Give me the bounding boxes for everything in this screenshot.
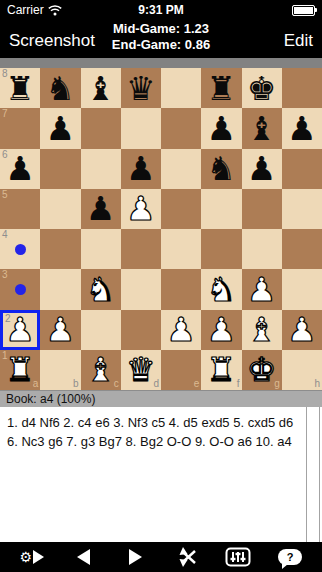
square-b6[interactable] [40,149,80,189]
file-label-f: f [237,379,240,389]
black-pawn-g6: ♟ [242,149,282,189]
file-label-c: c [114,379,119,389]
square-h1[interactable]: h [282,350,322,390]
square-f4[interactable] [201,229,241,269]
white-pawn-b2: ♟ [40,310,80,350]
square-c2[interactable] [81,310,121,350]
square-e3[interactable] [161,269,201,309]
back-arrow-icon [77,549,90,565]
gear-icon: ⚙ [20,550,33,564]
white-bishop-g2: ♝ [242,310,282,350]
square-g4[interactable] [242,229,282,269]
square-b5[interactable] [40,189,80,229]
black-rook-f8: ♜ [201,68,241,108]
square-d5[interactable]: ♟ [121,189,161,229]
square-g8[interactable]: ♚ [242,68,282,108]
rank-label-5: 5 [2,190,8,200]
square-b8[interactable]: ♞ [40,68,80,108]
square-c5[interactable]: ♟ [81,189,121,229]
square-e5[interactable] [161,189,201,229]
black-pawn-f7: ♟ [201,108,241,148]
square-d8[interactable]: ♛ [121,68,161,108]
chess-board: 8♜♞♝♛♜♚7♟♟♝♟6♟♟♞♟5♟♟43♞♞♟2♟♟♟♟♝♟1a♜bc♝d♛… [0,68,322,390]
white-knight-c3: ♞ [81,269,121,309]
black-pawn-d6: ♟ [121,149,161,189]
file-label-h: h [314,379,320,389]
square-h5[interactable] [282,189,322,229]
shuffle-icon [176,546,198,568]
move-hint-dot [15,244,26,255]
square-f6[interactable]: ♞ [201,149,241,189]
edit-button[interactable]: Edit [284,31,313,51]
square-e4[interactable] [161,229,201,269]
scrollbar-track[interactable] [306,407,320,542]
help-button[interactable]: ? [275,542,305,572]
adjustments-button[interactable] [223,542,253,572]
swap-sides-button[interactable] [172,542,202,572]
white-pawn-f2: ♟ [201,310,241,350]
black-pawn-a6: ♟ [0,149,40,189]
square-a2[interactable]: 2♟ [0,310,40,350]
black-rook-a8: ♜ [0,68,40,108]
rank-label-8: 8 [2,69,8,79]
square-b3[interactable] [40,269,80,309]
square-c8[interactable]: ♝ [81,68,121,108]
black-pawn-b7: ♟ [40,108,80,148]
white-king-g1: ♚ [242,350,282,390]
white-rook-f1: ♜ [201,350,241,390]
square-h4[interactable] [282,229,322,269]
square-e1[interactable]: e [161,350,201,390]
engine-play-button[interactable]: ⚙ [17,542,47,572]
square-a1[interactable]: 1a♜ [0,350,40,390]
help-bubble-icon: ? [278,549,302,565]
file-label-g: g [274,379,280,389]
book-move-label: Book: a4 (100%) [6,392,95,406]
file-label-a: a [33,379,39,389]
square-b2[interactable]: ♟ [40,310,80,350]
square-d4[interactable] [121,229,161,269]
rank-label-1: 1 [2,351,8,361]
square-b4[interactable] [40,229,80,269]
square-f5[interactable] [201,189,241,229]
white-pawn-e2: ♟ [161,310,201,350]
battery-icon [292,5,315,16]
black-king-g8: ♚ [242,68,282,108]
file-label-d: d [153,379,159,389]
sliders-icon [225,546,251,568]
square-c6[interactable] [81,149,121,189]
square-d2[interactable] [121,310,161,350]
white-knight-f3: ♞ [201,269,241,309]
rank-label-3: 3 [2,270,8,280]
clock-time: 9:31 PM [0,3,322,17]
rank-label-6: 6 [2,150,8,160]
square-a8[interactable]: 8♜ [0,68,40,108]
move-list-panel[interactable]: 1. d4 Nf6 2. c4 e6 3. Nf3 c5 4. d5 exd5 … [0,407,322,542]
square-h8[interactable] [282,68,322,108]
square-e2[interactable]: ♟ [161,310,201,350]
white-rook-a1: ♜ [0,350,40,390]
rank-label-7: 7 [2,109,8,119]
square-g1[interactable]: g♚ [242,350,282,390]
black-bishop-g7: ♝ [242,108,282,148]
forward-button[interactable] [120,542,150,572]
square-d3[interactable] [121,269,161,309]
play-icon [33,550,44,564]
white-bishop-c1: ♝ [81,350,121,390]
square-g6[interactable]: ♟ [242,149,282,189]
status-bar: Carrier 9:31 PM [0,0,322,20]
square-f2[interactable]: ♟ [201,310,241,350]
square-a4[interactable]: 4 [0,229,40,269]
square-d7[interactable] [121,108,161,148]
square-g3[interactable]: ♟ [242,269,282,309]
square-g7[interactable]: ♝ [242,108,282,148]
white-pawn-d5: ♟ [121,189,161,229]
square-c4[interactable] [81,229,121,269]
move-hint-dot [15,284,26,295]
square-c1[interactable]: c♝ [81,350,121,390]
forward-arrow-icon [129,549,142,565]
square-b1[interactable]: b [40,350,80,390]
black-bishop-c8: ♝ [81,68,121,108]
square-a3[interactable]: 3 [0,269,40,309]
square-c3[interactable]: ♞ [81,269,121,309]
move-list-text: 1. d4 Nf6 2. c4 e6 3. Nf3 c5 4. d5 exd5 … [0,407,322,451]
square-e8[interactable] [161,68,201,108]
end-game-score: End-Game: 0.86 [0,37,322,53]
bottom-toolbar: ⚙ ? [0,542,322,572]
square-a5[interactable]: 5 [0,189,40,229]
back-button[interactable] [68,542,98,572]
square-c7[interactable] [81,108,121,148]
black-pawn-h7: ♟ [282,108,322,148]
square-h3[interactable] [282,269,322,309]
white-queen-d1: ♛ [121,350,161,390]
square-g5[interactable] [242,189,282,229]
square-f8[interactable]: ♜ [201,68,241,108]
book-bar: Book: a4 (100%) [0,390,322,407]
square-a6[interactable]: 6♟ [0,149,40,189]
square-b7[interactable]: ♟ [40,108,80,148]
black-knight-b8: ♞ [40,68,80,108]
square-d6[interactable]: ♟ [121,149,161,189]
nav-bar: Screenshot Mid-Game: 1.23 End-Game: 0.86… [0,20,322,58]
rank-label-4: 4 [2,230,8,240]
white-pawn-h2: ♟ [282,310,322,350]
square-e7[interactable] [161,108,201,148]
square-f7[interactable]: ♟ [201,108,241,148]
black-knight-f6: ♞ [201,149,241,189]
square-h6[interactable] [282,149,322,189]
square-g2[interactable]: ♝ [242,310,282,350]
square-h2[interactable]: ♟ [282,310,322,350]
white-pawn-g3: ♟ [242,269,282,309]
mid-game-score: Mid-Game: 1.23 [0,21,322,37]
square-a7[interactable]: 7 [0,108,40,148]
file-label-e: e [194,379,200,389]
square-f1[interactable]: f♜ [201,350,241,390]
black-pawn-c5: ♟ [81,189,121,229]
square-h7[interactable]: ♟ [282,108,322,148]
black-queen-d8: ♛ [121,68,161,108]
file-label-b: b [73,379,79,389]
engine-scores: Mid-Game: 1.23 End-Game: 0.86 [0,21,322,53]
rank-label-2: 2 [5,314,11,324]
white-pawn-a2: ♟ [3,313,37,347]
board-top-margin [0,58,322,68]
square-f3[interactable]: ♞ [201,269,241,309]
square-e6[interactable] [161,149,201,189]
square-d1[interactable]: d♛ [121,350,161,390]
